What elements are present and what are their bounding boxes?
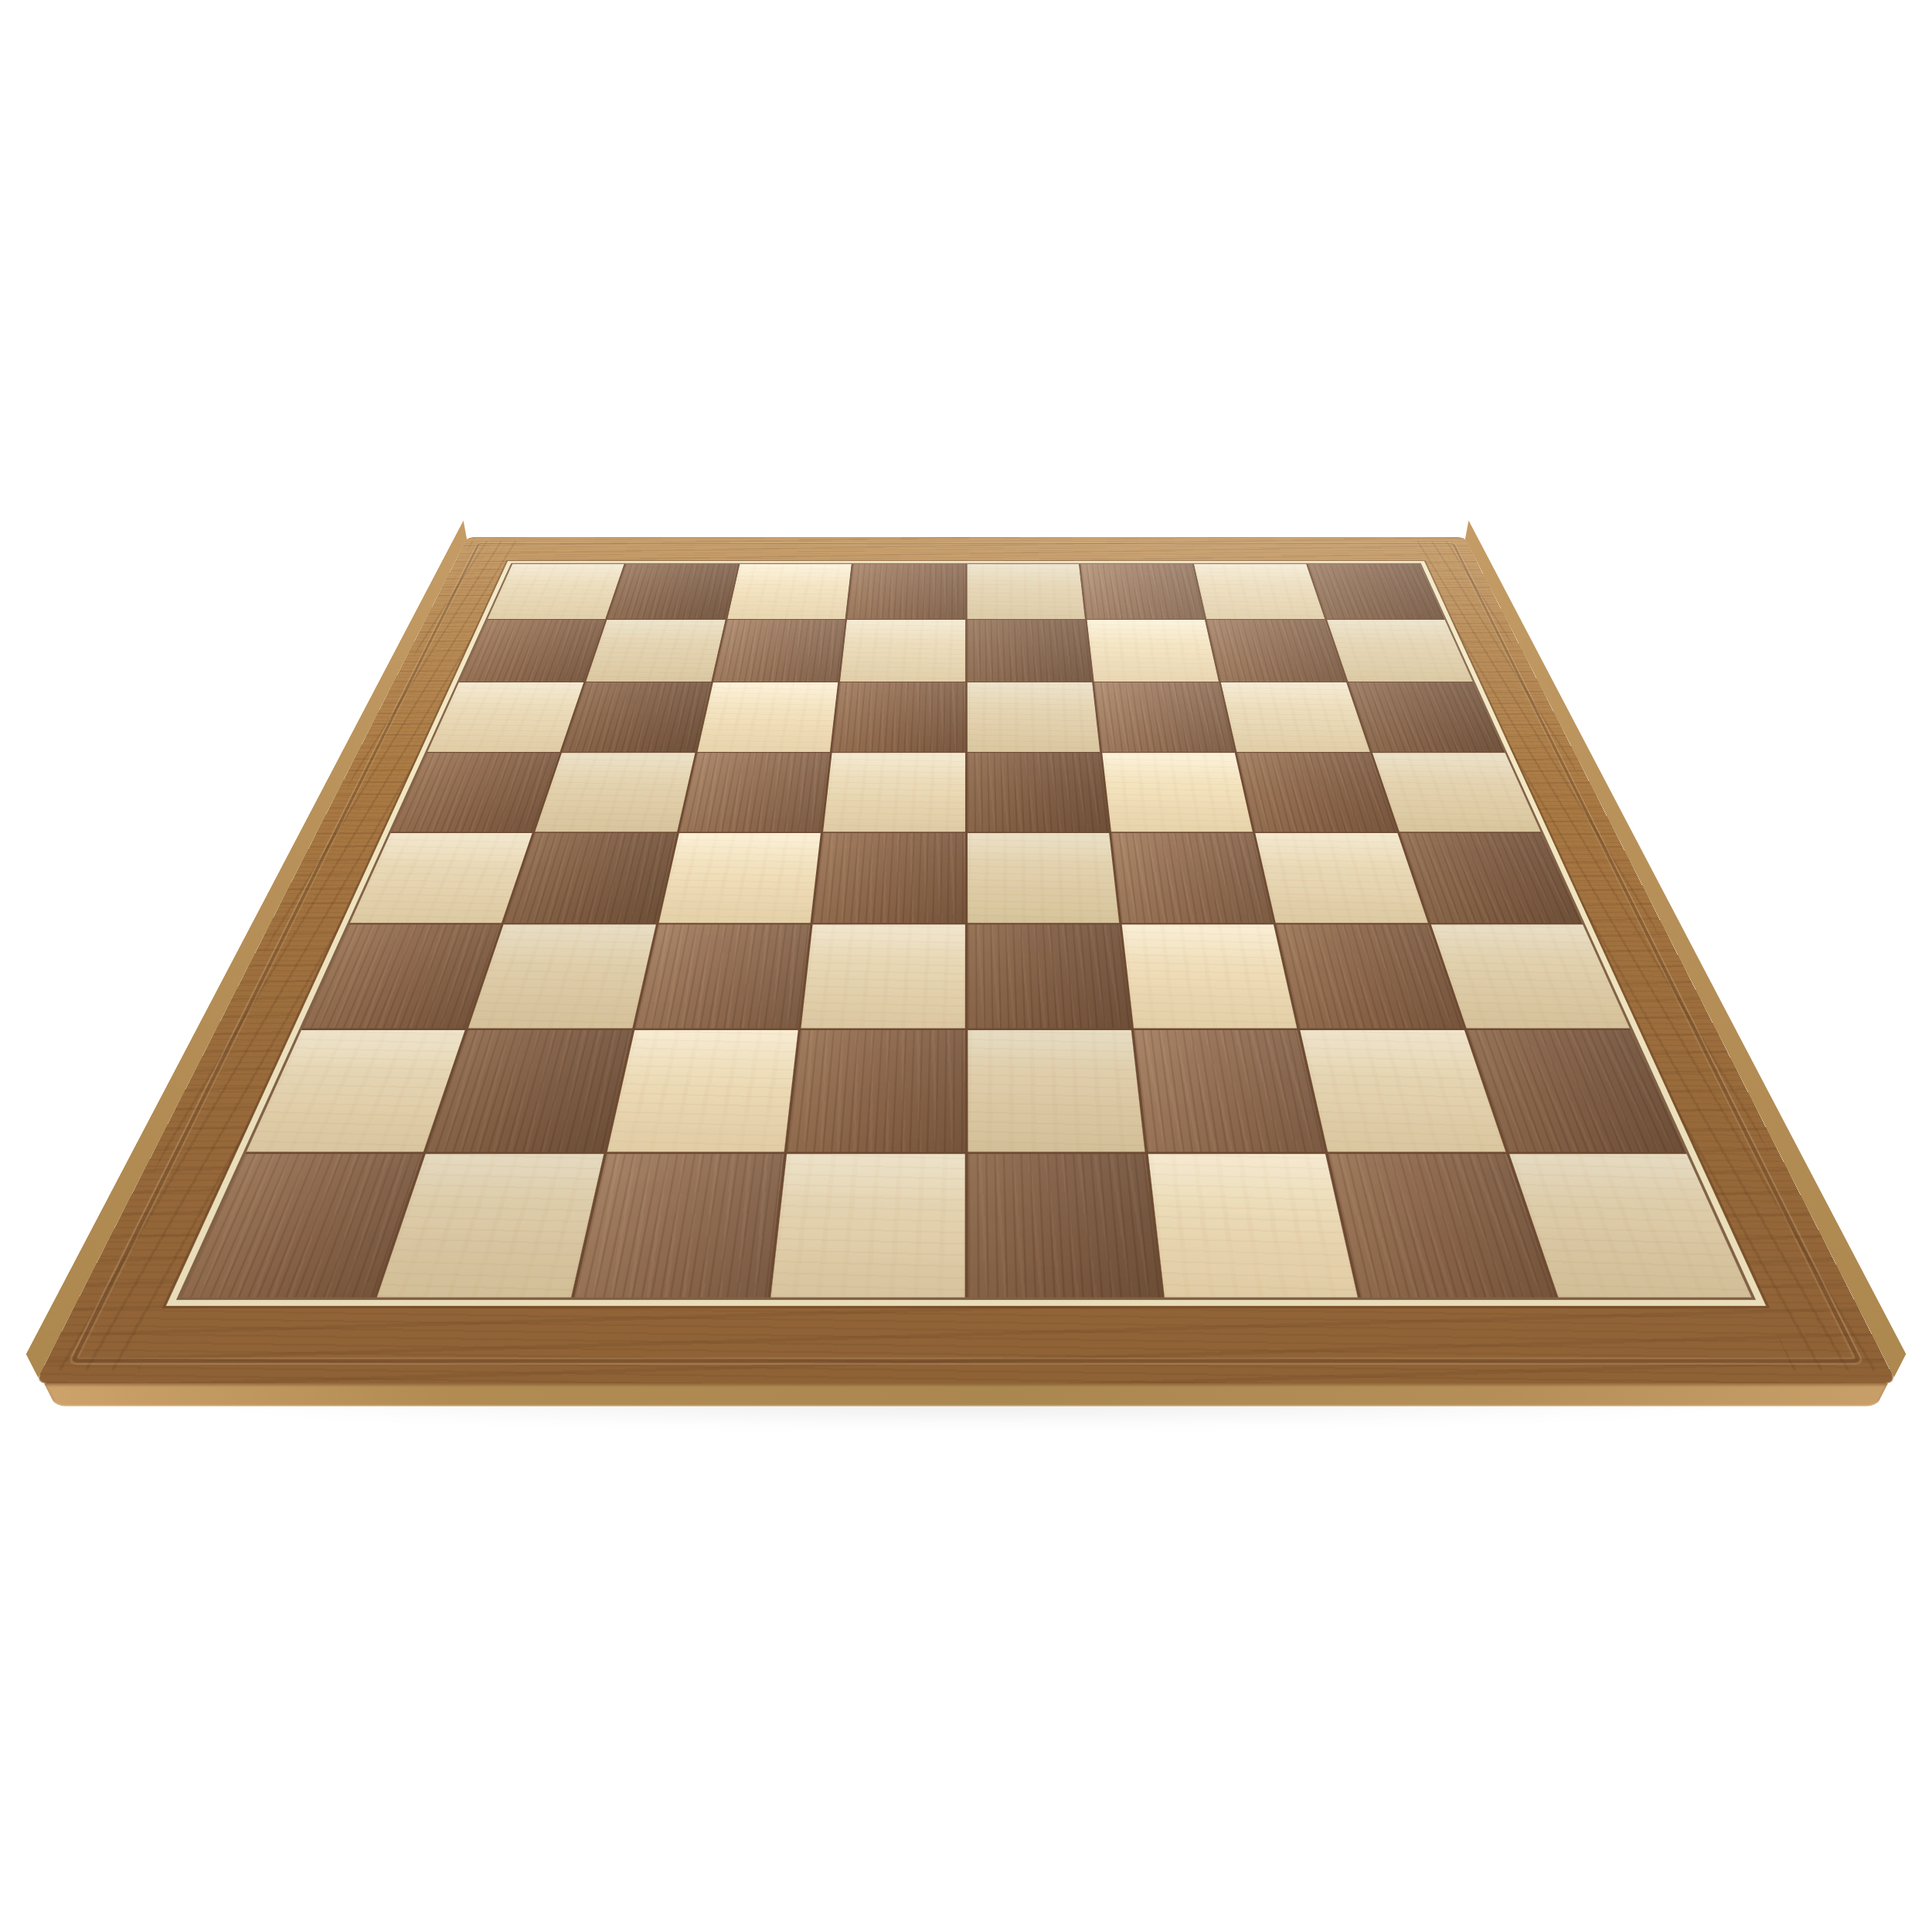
square-c3[interactable] <box>634 924 810 1028</box>
square-f1[interactable] <box>1148 1154 1358 1298</box>
square-a8[interactable] <box>488 564 624 619</box>
square-g7[interactable] <box>1207 620 1346 682</box>
square-f4[interactable] <box>1111 833 1274 923</box>
chessboard <box>35 537 1896 1383</box>
square-g1[interactable] <box>1328 1154 1555 1298</box>
square-b8[interactable] <box>607 564 738 619</box>
square-e6[interactable] <box>967 682 1100 752</box>
chessboard-product-photo <box>0 0 1932 1932</box>
square-d2[interactable] <box>787 1030 965 1151</box>
square-g5[interactable] <box>1237 753 1396 832</box>
square-f7[interactable] <box>1087 620 1219 682</box>
square-e4[interactable] <box>968 833 1120 923</box>
square-c2[interactable] <box>607 1030 798 1151</box>
square-c4[interactable] <box>658 833 821 923</box>
square-e7[interactable] <box>967 620 1092 682</box>
chessboard-scene <box>317 183 1615 1481</box>
square-c8[interactable] <box>727 564 852 619</box>
square-g2[interactable] <box>1301 1030 1505 1151</box>
square-d6[interactable] <box>832 682 965 752</box>
square-b6[interactable] <box>563 682 711 752</box>
square-d5[interactable] <box>823 753 964 832</box>
square-f3[interactable] <box>1122 924 1298 1028</box>
board-front-edge <box>44 1383 1888 1406</box>
square-e8[interactable] <box>967 564 1085 619</box>
square-c5[interactable] <box>679 753 830 832</box>
square-g4[interactable] <box>1255 833 1427 923</box>
square-d8[interactable] <box>847 564 965 619</box>
square-f6[interactable] <box>1094 682 1235 752</box>
square-d4[interactable] <box>813 833 965 923</box>
square-b7[interactable] <box>587 620 726 682</box>
square-c6[interactable] <box>697 682 838 752</box>
square-f5[interactable] <box>1102 753 1253 832</box>
square-g3[interactable] <box>1276 924 1463 1028</box>
square-g8[interactable] <box>1194 564 1325 619</box>
square-e1[interactable] <box>968 1154 1162 1298</box>
square-d1[interactable] <box>770 1154 964 1298</box>
square-b4[interactable] <box>505 833 677 923</box>
square-d3[interactable] <box>801 924 965 1028</box>
square-c7[interactable] <box>713 620 845 682</box>
square-g6[interactable] <box>1221 682 1369 752</box>
square-e3[interactable] <box>968 924 1131 1028</box>
square-c1[interactable] <box>574 1154 784 1298</box>
square-f2[interactable] <box>1134 1030 1325 1151</box>
square-d7[interactable] <box>840 620 965 682</box>
square-b5[interactable] <box>536 753 695 832</box>
square-e2[interactable] <box>968 1030 1145 1151</box>
square-f8[interactable] <box>1080 564 1205 619</box>
square-b3[interactable] <box>468 924 655 1028</box>
square-e5[interactable] <box>967 753 1108 832</box>
